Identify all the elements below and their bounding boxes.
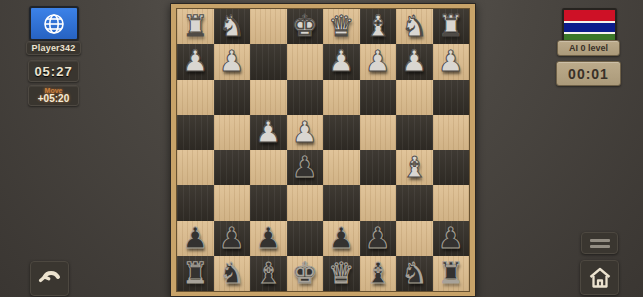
white-bishop: ♝	[365, 12, 391, 41]
white-rook: ♜	[438, 12, 464, 41]
square-e5[interactable]: ♟	[287, 150, 324, 185]
white-knight: ♞	[401, 12, 427, 41]
square-a8[interactable]: ♜	[433, 256, 470, 291]
square-h7[interactable]: ♟	[177, 221, 214, 256]
square-f5[interactable]	[250, 150, 287, 185]
square-e8[interactable]: ♚	[287, 256, 324, 291]
square-d4[interactable]	[323, 115, 360, 150]
square-c5[interactable]	[360, 150, 397, 185]
square-a3[interactable]	[433, 80, 470, 115]
square-g7[interactable]: ♟	[214, 221, 251, 256]
black-pawn: ♟	[438, 224, 464, 253]
black-knight: ♞	[219, 259, 245, 288]
square-b6[interactable]	[396, 185, 433, 220]
ai-level-badge: AI 0 level	[557, 40, 620, 56]
square-g2[interactable]: ♟	[214, 44, 251, 79]
white-pawn: ♟	[401, 47, 427, 76]
square-e3[interactable]	[287, 80, 324, 115]
square-e4[interactable]: ♟	[287, 115, 324, 150]
square-a6[interactable]	[433, 185, 470, 220]
square-e1[interactable]: ♚	[287, 9, 324, 44]
square-f8[interactable]: ♝	[250, 256, 287, 291]
player-name: Player342	[26, 41, 81, 55]
white-king: ♚	[292, 12, 318, 41]
square-h2[interactable]: ♟	[177, 44, 214, 79]
white-pawn: ♟	[292, 118, 318, 147]
black-rook: ♜	[438, 259, 464, 288]
square-d3[interactable]	[323, 80, 360, 115]
square-c7[interactable]: ♟	[360, 221, 397, 256]
square-c1[interactable]: ♝	[360, 9, 397, 44]
square-f7[interactable]: ♟	[250, 221, 287, 256]
globe-icon	[42, 12, 66, 36]
menu-button[interactable]	[581, 232, 618, 254]
black-bishop: ♝	[255, 259, 281, 288]
black-bishop: ♝	[365, 259, 391, 288]
white-queen: ♛	[328, 12, 354, 41]
home-icon	[588, 266, 612, 289]
square-h8[interactable]: ♜	[177, 256, 214, 291]
square-a1[interactable]: ♜	[433, 9, 470, 44]
square-b4[interactable]	[396, 115, 433, 150]
square-c6[interactable]	[360, 185, 397, 220]
square-a5[interactable]	[433, 150, 470, 185]
globe-button[interactable]	[29, 6, 79, 41]
chess-board: ♜♞♚♛♝♞♜♟♟♟♟♟♟♟♟♟♝♟♟♟♟♟♟♜♞♝♚♛♝♞♜	[170, 3, 476, 297]
ai-clock: 00:01	[556, 61, 621, 86]
square-f6[interactable]	[250, 185, 287, 220]
square-d7[interactable]: ♟	[323, 221, 360, 256]
square-b8[interactable]: ♞	[396, 256, 433, 291]
board-frame: ♜♞♚♛♝♞♜♟♟♟♟♟♟♟♟♟♝♟♟♟♟♟♟♜♞♝♚♛♝♞♜	[171, 4, 475, 296]
white-pawn: ♟	[438, 47, 464, 76]
square-g6[interactable]	[214, 185, 251, 220]
square-a4[interactable]	[433, 115, 470, 150]
square-c2[interactable]: ♟	[360, 44, 397, 79]
square-f2[interactable]	[250, 44, 287, 79]
black-pawn: ♟	[292, 153, 318, 182]
black-pawn: ♟	[365, 224, 391, 253]
square-g8[interactable]: ♞	[214, 256, 251, 291]
move-bonus-value: +05:20	[38, 94, 69, 104]
square-a7[interactable]: ♟	[433, 221, 470, 256]
square-d5[interactable]	[323, 150, 360, 185]
undo-arrow-icon	[38, 268, 62, 290]
player-clock: 05:27	[28, 60, 79, 82]
move-bonus-badge: Move +05:20	[28, 85, 79, 106]
square-e7[interactable]	[287, 221, 324, 256]
white-rook: ♜	[182, 12, 208, 41]
black-pawn: ♟	[328, 224, 354, 253]
white-pawn: ♟	[255, 118, 281, 147]
square-c3[interactable]	[360, 80, 397, 115]
white-pawn: ♟	[219, 47, 245, 76]
white-pawn: ♟	[182, 47, 208, 76]
undo-button[interactable]	[30, 261, 69, 296]
square-h4[interactable]	[177, 115, 214, 150]
white-pawn: ♟	[328, 47, 354, 76]
square-d1[interactable]: ♛	[323, 9, 360, 44]
square-d6[interactable]	[323, 185, 360, 220]
square-b7[interactable]	[396, 221, 433, 256]
square-h3[interactable]	[177, 80, 214, 115]
square-c4[interactable]	[360, 115, 397, 150]
square-b1[interactable]: ♞	[396, 9, 433, 44]
white-bishop: ♝	[401, 153, 427, 182]
square-b2[interactable]: ♟	[396, 44, 433, 79]
square-e2[interactable]	[287, 44, 324, 79]
square-g5[interactable]	[214, 150, 251, 185]
black-rook: ♜	[182, 259, 208, 288]
square-d8[interactable]: ♛	[323, 256, 360, 291]
square-g4[interactable]	[214, 115, 251, 150]
square-h1[interactable]: ♜	[177, 9, 214, 44]
black-queen: ♛	[328, 259, 354, 288]
white-knight: ♞	[219, 12, 245, 41]
square-b3[interactable]	[396, 80, 433, 115]
square-f1[interactable]	[250, 9, 287, 44]
black-knight: ♞	[401, 259, 427, 288]
square-e6[interactable]	[287, 185, 324, 220]
square-f4[interactable]: ♟	[250, 115, 287, 150]
square-a2[interactable]: ♟	[433, 44, 470, 79]
square-c8[interactable]: ♝	[360, 256, 397, 291]
black-pawn: ♟	[219, 224, 245, 253]
square-b5[interactable]: ♝	[396, 150, 433, 185]
square-d2[interactable]: ♟	[323, 44, 360, 79]
black-pawn: ♟	[182, 224, 208, 253]
square-g1[interactable]: ♞	[214, 9, 251, 44]
equals-menu-icon	[590, 239, 610, 242]
white-pawn: ♟	[365, 47, 391, 76]
black-pawn: ♟	[255, 224, 281, 253]
square-h6[interactable]	[177, 185, 214, 220]
square-f3[interactable]	[250, 80, 287, 115]
home-button[interactable]	[580, 260, 619, 295]
square-h5[interactable]	[177, 150, 214, 185]
black-king: ♚	[292, 259, 318, 288]
square-g3[interactable]	[214, 80, 251, 115]
